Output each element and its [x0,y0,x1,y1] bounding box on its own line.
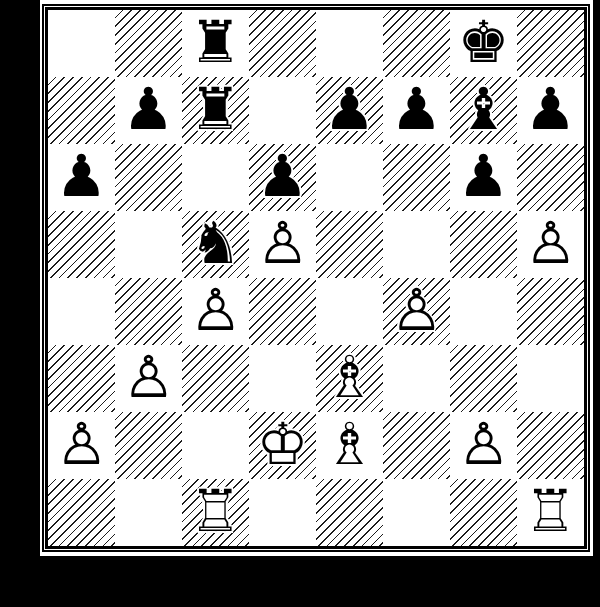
square-e6[interactable] [316,144,383,211]
square-a1[interactable] [48,479,115,546]
black-pawn-icon: ♟ [316,77,383,144]
piece-black-bishop-g7[interactable]: ♝ [450,77,517,144]
square-c2[interactable] [182,412,249,479]
square-f5[interactable] [383,211,450,278]
square-e5[interactable] [316,211,383,278]
square-h2[interactable] [517,412,584,479]
square-h4[interactable] [517,278,584,345]
chess-board: ♜♚♟♜♟♟♝♟♟♟♟♞♟♙♟♙♟♙♟♙♟♙♝♗♟♙♚♔♝♗♟♙♜♖♜♖ [48,10,584,546]
piece-black-king-g8[interactable]: ♚ [450,10,517,77]
piece-black-rook-c8[interactable]: ♜ [182,10,249,77]
white-pawn-icon: ♙ [249,211,316,278]
piece-white-rook-c1[interactable]: ♜♖ [182,479,249,546]
white-pawn-icon: ♙ [383,278,450,345]
piece-white-pawn-g2[interactable]: ♟♙ [450,412,517,479]
square-a5[interactable] [48,211,115,278]
black-bishop-icon: ♝ [450,77,517,144]
square-g7[interactable]: ♝ [450,77,517,144]
square-g1[interactable] [450,479,517,546]
square-d8[interactable] [249,10,316,77]
white-bishop-icon: ♗ [316,345,383,412]
piece-black-pawn-b7[interactable]: ♟ [115,77,182,144]
square-f1[interactable] [383,479,450,546]
square-g2[interactable]: ♟♙ [450,412,517,479]
black-pawn-icon: ♟ [48,144,115,211]
square-h1[interactable]: ♜♖ [517,479,584,546]
piece-white-rook-h1[interactable]: ♜♖ [517,479,584,546]
black-pawn-icon: ♟ [450,144,517,211]
piece-black-knight-c5[interactable]: ♞ [182,211,249,278]
piece-black-pawn-f7[interactable]: ♟ [383,77,450,144]
square-d2[interactable]: ♚♔ [249,412,316,479]
piece-white-pawn-d5[interactable]: ♟♙ [249,211,316,278]
piece-white-bishop-e3[interactable]: ♝♗ [316,345,383,412]
square-g8[interactable]: ♚ [450,10,517,77]
square-f2[interactable] [383,412,450,479]
square-d3[interactable] [249,345,316,412]
square-e2[interactable]: ♝♗ [316,412,383,479]
square-d5[interactable]: ♟♙ [249,211,316,278]
square-d7[interactable] [249,77,316,144]
piece-black-pawn-e7[interactable]: ♟ [316,77,383,144]
square-b5[interactable] [115,211,182,278]
black-rook-icon: ♜ [182,10,249,77]
square-a7[interactable] [48,77,115,144]
square-c1[interactable]: ♜♖ [182,479,249,546]
diagram-page: ♜♚♟♜♟♟♝♟♟♟♟♞♟♙♟♙♟♙♟♙♟♙♝♗♟♙♚♔♝♗♟♙♜♖♜♖ [40,0,593,556]
piece-white-pawn-f4[interactable]: ♟♙ [383,278,450,345]
white-pawn-icon: ♙ [517,211,584,278]
piece-white-pawn-c4[interactable]: ♟♙ [182,278,249,345]
square-f4[interactable]: ♟♙ [383,278,450,345]
square-c6[interactable] [182,144,249,211]
black-pawn-icon: ♟ [249,144,316,211]
black-king-icon: ♚ [450,10,517,77]
black-pawn-icon: ♟ [115,77,182,144]
black-rook-icon: ♜ [182,77,249,144]
square-d6[interactable]: ♟ [249,144,316,211]
black-pawn-icon: ♟ [517,77,584,144]
square-b1[interactable] [115,479,182,546]
square-c3[interactable] [182,345,249,412]
white-bishop-icon: ♗ [316,412,383,479]
square-b6[interactable] [115,144,182,211]
piece-white-king-d2[interactable]: ♚♔ [249,412,316,479]
white-pawn-icon: ♙ [48,412,115,479]
square-a4[interactable] [48,278,115,345]
square-e7[interactable]: ♟ [316,77,383,144]
square-g3[interactable] [450,345,517,412]
piece-white-pawn-a2[interactable]: ♟♙ [48,412,115,479]
square-a3[interactable] [48,345,115,412]
white-pawn-icon: ♙ [182,278,249,345]
square-c7[interactable]: ♜ [182,77,249,144]
square-h7[interactable]: ♟ [517,77,584,144]
square-b8[interactable] [115,10,182,77]
square-a2[interactable]: ♟♙ [48,412,115,479]
black-pawn-icon: ♟ [383,77,450,144]
square-h8[interactable] [517,10,584,77]
square-f7[interactable]: ♟ [383,77,450,144]
white-pawn-icon: ♙ [115,345,182,412]
square-g4[interactable] [450,278,517,345]
square-c5[interactable]: ♞ [182,211,249,278]
square-h3[interactable] [517,345,584,412]
square-g6[interactable]: ♟ [450,144,517,211]
white-rook-icon: ♖ [182,479,249,546]
square-f6[interactable] [383,144,450,211]
square-f3[interactable] [383,345,450,412]
square-b4[interactable] [115,278,182,345]
square-g5[interactable] [450,211,517,278]
piece-black-rook-c7[interactable]: ♜ [182,77,249,144]
piece-black-pawn-g6[interactable]: ♟ [450,144,517,211]
piece-black-pawn-a6[interactable]: ♟ [48,144,115,211]
white-pawn-icon: ♙ [450,412,517,479]
square-d4[interactable] [249,278,316,345]
square-b2[interactable] [115,412,182,479]
square-e3[interactable]: ♝♗ [316,345,383,412]
square-e4[interactable] [316,278,383,345]
diagram-background: ♜♚♟♜♟♟♝♟♟♟♟♞♟♙♟♙♟♙♟♙♟♙♝♗♟♙♚♔♝♗♟♙♜♖♜♖ [0,0,600,607]
white-rook-icon: ♖ [517,479,584,546]
board-frame-inner: ♜♚♟♜♟♟♝♟♟♟♟♞♟♙♟♙♟♙♟♙♟♙♝♗♟♙♚♔♝♗♟♙♜♖♜♖ [45,7,587,549]
square-a8[interactable] [48,10,115,77]
piece-white-bishop-e2[interactable]: ♝♗ [316,412,383,479]
piece-black-pawn-h7[interactable]: ♟ [517,77,584,144]
square-h5[interactable]: ♟♙ [517,211,584,278]
square-a6[interactable]: ♟ [48,144,115,211]
square-c4[interactable]: ♟♙ [182,278,249,345]
square-c8[interactable]: ♜ [182,10,249,77]
square-e8[interactable] [316,10,383,77]
black-knight-icon: ♞ [182,211,249,278]
square-f8[interactable] [383,10,450,77]
piece-black-pawn-d6[interactable]: ♟ [249,144,316,211]
square-e1[interactable] [316,479,383,546]
piece-white-pawn-b3[interactable]: ♟♙ [115,345,182,412]
piece-white-pawn-h5[interactable]: ♟♙ [517,211,584,278]
square-h6[interactable] [517,144,584,211]
square-b7[interactable]: ♟ [115,77,182,144]
board-frame-outer: ♜♚♟♜♟♟♝♟♟♟♟♞♟♙♟♙♟♙♟♙♟♙♝♗♟♙♚♔♝♗♟♙♜♖♜♖ [42,4,590,552]
white-king-icon: ♔ [249,412,316,479]
square-b3[interactable]: ♟♙ [115,345,182,412]
square-d1[interactable] [249,479,316,546]
